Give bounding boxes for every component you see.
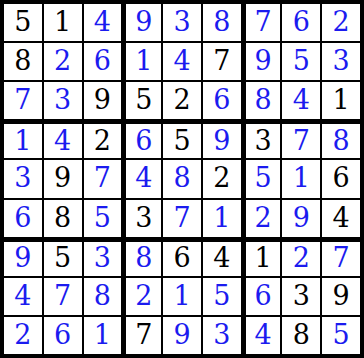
- cell-r8c3[interactable]: 8: [84, 278, 122, 315]
- cell-r3c6[interactable]: 6: [203, 82, 241, 119]
- cell-value: 9: [14, 244, 31, 271]
- cell-value: 9: [54, 164, 71, 191]
- cell-value: 5: [333, 321, 350, 348]
- cell-value: 8: [293, 321, 310, 348]
- cell-value: 6: [293, 8, 310, 35]
- cell-value: 2: [14, 321, 31, 348]
- cell-r1c8[interactable]: 6: [282, 4, 320, 41]
- cell-r4c6[interactable]: 9: [203, 121, 241, 158]
- cell-r2c5[interactable]: 4: [163, 43, 201, 80]
- cell-value: 4: [333, 204, 350, 231]
- cell-r6c2[interactable]: 8: [44, 200, 82, 237]
- cell-r9c8[interactable]: 8: [282, 317, 320, 354]
- cell-r9c3[interactable]: 1: [84, 317, 122, 354]
- cell-value: 5: [135, 86, 152, 113]
- cell-value: 1: [14, 127, 31, 154]
- cell-r6c7[interactable]: 2: [243, 200, 281, 237]
- cell-r4c7[interactable]: 3: [243, 121, 281, 158]
- cell-value: 5: [54, 244, 71, 271]
- cell-value: 8: [173, 164, 190, 191]
- cell-r3c7[interactable]: 8: [243, 82, 281, 119]
- cell-r6c8[interactable]: 9: [282, 200, 320, 237]
- cell-r8c1[interactable]: 4: [4, 278, 42, 315]
- cell-value: 8: [333, 127, 350, 154]
- cell-value: 9: [135, 8, 152, 35]
- cell-r3c3[interactable]: 9: [84, 82, 122, 119]
- cell-value: 2: [333, 8, 350, 35]
- cell-r8c7[interactable]: 6: [243, 278, 281, 315]
- cell-r9c6[interactable]: 3: [203, 317, 241, 354]
- cell-value: 4: [213, 244, 230, 271]
- cell-value: 9: [213, 127, 230, 154]
- cell-r1c4[interactable]: 9: [123, 4, 161, 41]
- cell-value: 2: [254, 204, 271, 231]
- cell-value: 2: [293, 244, 310, 271]
- cell-r9c5[interactable]: 9: [163, 317, 201, 354]
- cell-r6c9[interactable]: 4: [322, 200, 360, 237]
- cell-value: 7: [293, 127, 310, 154]
- cell-value: 3: [135, 204, 152, 231]
- cell-r2c3[interactable]: 6: [84, 43, 122, 80]
- cell-value: 4: [14, 282, 31, 309]
- cell-r4c5[interactable]: 5: [163, 121, 201, 158]
- cell-value: 4: [293, 86, 310, 113]
- cell-r4c4[interactable]: 6: [123, 121, 161, 158]
- cell-r1c3[interactable]: 4: [84, 4, 122, 41]
- cell-value: 9: [173, 321, 190, 348]
- cell-value: 1: [213, 204, 230, 231]
- cell-r5c9[interactable]: 6: [322, 160, 360, 197]
- cell-r5c3[interactable]: 7: [84, 160, 122, 197]
- cell-r9c7[interactable]: 4: [243, 317, 281, 354]
- cell-r6c6[interactable]: 1: [203, 200, 241, 237]
- cell-value: 1: [54, 8, 71, 35]
- cell-value: 9: [254, 47, 271, 74]
- cell-value: 5: [14, 8, 31, 35]
- cell-value: 5: [293, 47, 310, 74]
- cell-r2c6[interactable]: 7: [203, 43, 241, 80]
- cell-r5c7[interactable]: 5: [243, 160, 281, 197]
- cell-r1c7[interactable]: 7: [243, 4, 281, 41]
- cell-r1c6[interactable]: 8: [203, 4, 241, 41]
- cell-value: 3: [173, 8, 190, 35]
- cell-value: 7: [173, 204, 190, 231]
- cell-value: 8: [254, 86, 271, 113]
- cell-value: 3: [54, 86, 71, 113]
- cell-r8c4[interactable]: 2: [123, 278, 161, 315]
- cell-value: 9: [94, 86, 111, 113]
- cell-r4c1[interactable]: 1: [4, 121, 42, 158]
- cell-r2c7[interactable]: 9: [243, 43, 281, 80]
- cell-value: 8: [135, 244, 152, 271]
- cell-value: 6: [333, 164, 350, 191]
- cell-value: 4: [254, 321, 271, 348]
- cell-value: 2: [173, 86, 190, 113]
- cell-r8c8[interactable]: 3: [282, 278, 320, 315]
- cell-value: 4: [135, 164, 152, 191]
- cell-value: 3: [333, 47, 350, 74]
- cell-r5c1[interactable]: 3: [4, 160, 42, 197]
- cell-value: 7: [54, 282, 71, 309]
- cell-r4c8[interactable]: 7: [282, 121, 320, 158]
- cell-r5c2[interactable]: 9: [44, 160, 82, 197]
- cell-r1c2[interactable]: 1: [44, 4, 82, 41]
- cell-r8c2[interactable]: 7: [44, 278, 82, 315]
- cell-r5c4[interactable]: 4: [123, 160, 161, 197]
- cell-r7c6[interactable]: 4: [203, 239, 241, 276]
- sudoku-app: 5149387628261479537395268411426593783974…: [0, 0, 364, 358]
- cell-r7c5[interactable]: 6: [163, 239, 201, 276]
- cell-r3c4[interactable]: 5: [123, 82, 161, 119]
- cell-value: 8: [54, 204, 71, 231]
- cell-value: 5: [94, 204, 111, 231]
- cell-value: 6: [14, 204, 31, 231]
- cell-r6c3[interactable]: 5: [84, 200, 122, 237]
- cell-value: 6: [54, 321, 71, 348]
- cell-value: 7: [94, 164, 111, 191]
- cell-value: 5: [254, 164, 271, 191]
- cell-value: 6: [135, 127, 152, 154]
- cell-r7c2[interactable]: 5: [44, 239, 82, 276]
- cell-value: 3: [94, 244, 111, 271]
- sudoku-board: 5149387628261479537395268411426593783974…: [0, 0, 364, 358]
- cell-r7c9[interactable]: 7: [322, 239, 360, 276]
- cell-r3c5[interactable]: 2: [163, 82, 201, 119]
- cell-r9c4[interactable]: 7: [123, 317, 161, 354]
- cell-value: 9: [333, 282, 350, 309]
- cell-r8c6[interactable]: 5: [203, 278, 241, 315]
- cell-value: 6: [213, 86, 230, 113]
- cell-value: 1: [293, 164, 310, 191]
- cell-value: 3: [293, 282, 310, 309]
- cell-r4c9[interactable]: 8: [322, 121, 360, 158]
- cell-value: 2: [54, 47, 71, 74]
- cell-r9c9[interactable]: 5: [322, 317, 360, 354]
- cell-r4c3[interactable]: 2: [84, 121, 122, 158]
- cell-value: 7: [135, 321, 152, 348]
- cell-r6c5[interactable]: 7: [163, 200, 201, 237]
- cell-value: 2: [213, 164, 230, 191]
- cell-value: 3: [213, 321, 230, 348]
- cell-r6c1[interactable]: 6: [4, 200, 42, 237]
- cell-value: 4: [173, 47, 190, 74]
- cell-r6c4[interactable]: 3: [123, 200, 161, 237]
- cell-r7c7[interactable]: 1: [243, 239, 281, 276]
- cell-value: 7: [213, 47, 230, 74]
- cell-r2c4[interactable]: 1: [123, 43, 161, 80]
- cell-r3c1[interactable]: 7: [4, 82, 42, 119]
- cell-value: 6: [94, 47, 111, 74]
- cell-r9c2[interactable]: 6: [44, 317, 82, 354]
- cell-r8c9[interactable]: 9: [322, 278, 360, 315]
- cell-value: 3: [254, 127, 271, 154]
- cell-r5c8[interactable]: 1: [282, 160, 320, 197]
- cell-r1c5[interactable]: 3: [163, 4, 201, 41]
- cell-r1c9[interactable]: 2: [322, 4, 360, 41]
- cell-r1c1[interactable]: 5: [4, 4, 42, 41]
- cell-value: 1: [173, 282, 190, 309]
- cell-value: 6: [254, 282, 271, 309]
- cell-r4c2[interactable]: 4: [44, 121, 82, 158]
- cell-value: 5: [173, 127, 190, 154]
- cell-r3c9[interactable]: 1: [322, 82, 360, 119]
- cell-value: 1: [254, 244, 271, 271]
- cell-value: 3: [14, 164, 31, 191]
- cell-r2c9[interactable]: 3: [322, 43, 360, 80]
- cell-value: 5: [213, 282, 230, 309]
- cell-value: 8: [14, 47, 31, 74]
- cell-value: 1: [94, 321, 111, 348]
- cell-r5c6[interactable]: 2: [203, 160, 241, 197]
- cell-value: 4: [94, 8, 111, 35]
- cell-value: 7: [333, 244, 350, 271]
- cell-r3c8[interactable]: 4: [282, 82, 320, 119]
- cell-value: 6: [173, 244, 190, 271]
- cell-r2c8[interactable]: 5: [282, 43, 320, 80]
- cell-r2c1[interactable]: 8: [4, 43, 42, 80]
- cell-value: 7: [14, 86, 31, 113]
- cell-value: 4: [54, 127, 71, 154]
- cell-r9c1[interactable]: 2: [4, 317, 42, 354]
- cell-r7c4[interactable]: 8: [123, 239, 161, 276]
- cell-r5c5[interactable]: 8: [163, 160, 201, 197]
- cell-r8c5[interactable]: 1: [163, 278, 201, 315]
- cell-r3c2[interactable]: 3: [44, 82, 82, 119]
- cell-value: 8: [94, 282, 111, 309]
- cell-value: 8: [213, 8, 230, 35]
- cell-value: 1: [135, 47, 152, 74]
- cell-value: 2: [94, 127, 111, 154]
- cell-value: 7: [254, 8, 271, 35]
- cell-value: 9: [293, 204, 310, 231]
- cell-r7c8[interactable]: 2: [282, 239, 320, 276]
- cell-value: 1: [333, 86, 350, 113]
- cell-r7c3[interactable]: 3: [84, 239, 122, 276]
- cell-r2c2[interactable]: 2: [44, 43, 82, 80]
- cell-r7c1[interactable]: 9: [4, 239, 42, 276]
- cell-value: 2: [135, 282, 152, 309]
